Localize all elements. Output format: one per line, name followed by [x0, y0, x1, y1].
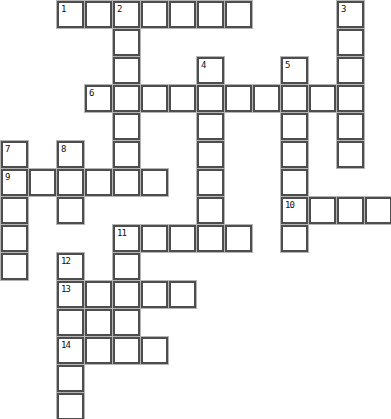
- crossword-cell-r3c8[interactable]: [225, 85, 252, 112]
- crossword-cell-r2c10[interactable]: 5: [281, 57, 308, 84]
- crossword-cell-r4c10[interactable]: [281, 113, 308, 140]
- crossword-cell-r9c2[interactable]: 12: [57, 253, 84, 280]
- crossword-cell-r12c4[interactable]: [113, 337, 140, 364]
- clue-number-9: 9: [5, 172, 9, 182]
- crossword-cell-r1c4[interactable]: [113, 29, 140, 56]
- crossword-cell-r6c5[interactable]: [141, 169, 168, 196]
- crossword-cell-r6c1[interactable]: [29, 169, 56, 196]
- crossword-cell-r0c12[interactable]: 3: [337, 1, 364, 28]
- crossword-cell-r0c6[interactable]: [169, 1, 196, 28]
- crossword-cell-r8c4[interactable]: 11: [113, 225, 140, 252]
- crossword-cell-r6c0[interactable]: 9: [1, 169, 28, 196]
- crossword-cell-r7c13[interactable]: [365, 197, 391, 224]
- crossword-cell-r7c0[interactable]: [1, 197, 28, 224]
- crossword-cell-r0c5[interactable]: [141, 1, 168, 28]
- clue-number-7: 7: [5, 144, 9, 154]
- crossword-cell-r11c2[interactable]: [57, 309, 84, 336]
- crossword-cell-r10c2[interactable]: 13: [57, 281, 84, 308]
- clue-number-13: 13: [61, 284, 70, 294]
- crossword-cell-r3c11[interactable]: [309, 85, 336, 112]
- crossword-cell-r5c0[interactable]: 7: [1, 141, 28, 168]
- crossword-cell-r10c5[interactable]: [141, 281, 168, 308]
- crossword-cell-r5c12[interactable]: [337, 141, 364, 168]
- crossword-cell-r9c0[interactable]: [1, 253, 28, 280]
- clue-number-12: 12: [61, 256, 70, 266]
- crossword-cell-r5c10[interactable]: [281, 141, 308, 168]
- crossword-cell-r4c12[interactable]: [337, 113, 364, 140]
- crossword-cell-r0c3[interactable]: [85, 1, 112, 28]
- clue-number-5: 5: [285, 60, 289, 70]
- crossword-cell-r7c11[interactable]: [309, 197, 336, 224]
- crossword-cell-r8c10[interactable]: [281, 225, 308, 252]
- crossword-cell-r2c7[interactable]: 4: [197, 57, 224, 84]
- crossword-cell-r0c4[interactable]: 2: [113, 1, 140, 28]
- crossword-cell-r8c0[interactable]: [1, 225, 28, 252]
- crossword-cell-r6c2[interactable]: [57, 169, 84, 196]
- crossword-cell-r11c3[interactable]: [85, 309, 112, 336]
- crossword-cell-r5c4[interactable]: [113, 141, 140, 168]
- crossword-cell-r6c4[interactable]: [113, 169, 140, 196]
- crossword-cell-r8c5[interactable]: [141, 225, 168, 252]
- crossword-cell-r3c9[interactable]: [253, 85, 280, 112]
- crossword-cell-r9c4[interactable]: [113, 253, 140, 280]
- crossword-cell-r6c7[interactable]: [197, 169, 224, 196]
- crossword-cell-r3c12[interactable]: [337, 85, 364, 112]
- crossword-cell-r7c2[interactable]: [57, 197, 84, 224]
- clue-number-8: 8: [61, 144, 65, 154]
- crossword-cell-r0c8[interactable]: [225, 1, 252, 28]
- clue-number-10: 10: [285, 200, 294, 210]
- crossword-cell-r6c3[interactable]: [85, 169, 112, 196]
- crossword-cell-r4c7[interactable]: [197, 113, 224, 140]
- crossword-cell-r12c3[interactable]: [85, 337, 112, 364]
- crossword-cell-r7c12[interactable]: [337, 197, 364, 224]
- crossword-cell-r5c2[interactable]: 8: [57, 141, 84, 168]
- clue-number-4: 4: [201, 60, 205, 70]
- crossword-board: 1234567891011121314: [0, 0, 391, 419]
- crossword-cell-r7c10[interactable]: 10: [281, 197, 308, 224]
- crossword-cell-r5c7[interactable]: [197, 141, 224, 168]
- crossword-cell-r3c5[interactable]: [141, 85, 168, 112]
- crossword-cell-r4c4[interactable]: [113, 113, 140, 140]
- crossword-cell-r1c12[interactable]: [337, 29, 364, 56]
- crossword-cell-r6c10[interactable]: [281, 169, 308, 196]
- crossword-cell-r14c2[interactable]: [57, 393, 84, 419]
- crossword-cell-r11c4[interactable]: [113, 309, 140, 336]
- clue-number-14: 14: [61, 340, 70, 350]
- crossword-cell-r2c4[interactable]: [113, 57, 140, 84]
- crossword-cell-r3c4[interactable]: [113, 85, 140, 112]
- clue-number-6: 6: [89, 88, 93, 98]
- crossword-cell-r12c2[interactable]: 14: [57, 337, 84, 364]
- crossword-cell-r13c2[interactable]: [57, 365, 84, 392]
- crossword-cell-r3c6[interactable]: [169, 85, 196, 112]
- clue-number-11: 11: [117, 228, 126, 238]
- crossword-cell-r0c2[interactable]: 1: [57, 1, 84, 28]
- clue-number-2: 2: [117, 4, 121, 14]
- crossword-cell-r8c6[interactable]: [169, 225, 196, 252]
- clue-number-3: 3: [341, 4, 345, 14]
- clue-number-1: 1: [61, 4, 65, 14]
- crossword-cell-r3c7[interactable]: [197, 85, 224, 112]
- crossword-cell-r2c12[interactable]: [337, 57, 364, 84]
- crossword-cell-r8c8[interactable]: [225, 225, 252, 252]
- crossword-cell-r3c3[interactable]: 6: [85, 85, 112, 112]
- crossword-cell-r12c5[interactable]: [141, 337, 168, 364]
- crossword-cell-r10c6[interactable]: [169, 281, 196, 308]
- crossword-cell-r10c4[interactable]: [113, 281, 140, 308]
- crossword-cell-r7c7[interactable]: [197, 197, 224, 224]
- crossword-cell-r3c10[interactable]: [281, 85, 308, 112]
- crossword-cell-r0c7[interactable]: [197, 1, 224, 28]
- crossword-cell-r10c3[interactable]: [85, 281, 112, 308]
- crossword-cell-r8c7[interactable]: [197, 225, 224, 252]
